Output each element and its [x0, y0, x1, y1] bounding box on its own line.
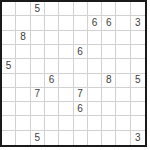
- cell-r2c2[interactable]: [31, 31, 45, 45]
- puzzle-board: 566386568577653: [0, 0, 147, 147]
- cell-r1c1[interactable]: [16, 16, 30, 30]
- cell-r7c8[interactable]: [116, 102, 130, 116]
- cell-r5c2[interactable]: [31, 74, 45, 88]
- cell-r1c5[interactable]: [74, 16, 88, 30]
- cell-r0c5[interactable]: [74, 2, 88, 16]
- cell-r8c7[interactable]: [102, 116, 116, 130]
- cell-r6c8[interactable]: [116, 88, 130, 102]
- cell-r9c6[interactable]: [88, 131, 102, 145]
- cell-r4c4[interactable]: [59, 59, 73, 73]
- cell-r7c2[interactable]: [31, 102, 45, 116]
- cell-r6c7[interactable]: [102, 88, 116, 102]
- cell-r7c4[interactable]: [59, 102, 73, 116]
- cell-r5c1[interactable]: [16, 74, 30, 88]
- cell-r4c1[interactable]: [16, 59, 30, 73]
- cell-r8c0[interactable]: [2, 116, 16, 130]
- cell-r6c6[interactable]: [88, 88, 102, 102]
- cell-r6c1[interactable]: [16, 88, 30, 102]
- cell-r2c7[interactable]: [102, 31, 116, 45]
- cell-r9c7[interactable]: [102, 131, 116, 145]
- cell-r5c6[interactable]: [88, 74, 102, 88]
- cell-r2c8[interactable]: [116, 31, 130, 45]
- cell-r1c0[interactable]: [2, 16, 16, 30]
- cell-r9c3[interactable]: [45, 131, 59, 145]
- cell-r7c0[interactable]: [2, 102, 16, 116]
- cell-r5c5[interactable]: [74, 74, 88, 88]
- cell-r9c4[interactable]: [59, 131, 73, 145]
- cell-r2c6[interactable]: [88, 31, 102, 45]
- cell-r5c0[interactable]: [2, 74, 16, 88]
- cell-r1c9[interactable]: 3: [131, 16, 145, 30]
- cell-r7c7[interactable]: [102, 102, 116, 116]
- cell-r3c7[interactable]: [102, 45, 116, 59]
- cell-r6c4[interactable]: [59, 88, 73, 102]
- cell-r8c1[interactable]: [16, 116, 30, 130]
- cell-r1c4[interactable]: [59, 16, 73, 30]
- cell-r0c9[interactable]: [131, 2, 145, 16]
- cell-r3c5[interactable]: 6: [74, 45, 88, 59]
- cell-r7c5[interactable]: 6: [74, 102, 88, 116]
- cell-r5c3[interactable]: 6: [45, 74, 59, 88]
- cell-r6c0[interactable]: [2, 88, 16, 102]
- cell-r4c8[interactable]: [116, 59, 130, 73]
- cell-r3c8[interactable]: [116, 45, 130, 59]
- cell-r2c9[interactable]: [131, 31, 145, 45]
- cell-r8c4[interactable]: [59, 116, 73, 130]
- cell-r4c6[interactable]: [88, 59, 102, 73]
- cell-r8c8[interactable]: [116, 116, 130, 130]
- cell-r3c4[interactable]: [59, 45, 73, 59]
- cell-r7c6[interactable]: [88, 102, 102, 116]
- cell-r4c2[interactable]: [31, 59, 45, 73]
- cell-r5c4[interactable]: [59, 74, 73, 88]
- cell-r4c5[interactable]: [74, 59, 88, 73]
- cell-r9c1[interactable]: [16, 131, 30, 145]
- cell-r3c2[interactable]: [31, 45, 45, 59]
- cell-r9c8[interactable]: [116, 131, 130, 145]
- cell-r3c0[interactable]: [2, 45, 16, 59]
- cell-r8c2[interactable]: [31, 116, 45, 130]
- cell-r8c3[interactable]: [45, 116, 59, 130]
- cell-r0c1[interactable]: [16, 2, 30, 16]
- cell-r5c9[interactable]: 5: [131, 74, 145, 88]
- cell-r2c4[interactable]: [59, 31, 73, 45]
- cell-r4c9[interactable]: [131, 59, 145, 73]
- cell-r3c1[interactable]: [16, 45, 30, 59]
- cell-r9c9[interactable]: 3: [131, 131, 145, 145]
- cell-r9c5[interactable]: [74, 131, 88, 145]
- cell-r9c2[interactable]: 5: [31, 131, 45, 145]
- cell-r6c5[interactable]: 7: [74, 88, 88, 102]
- cell-r8c9[interactable]: [131, 116, 145, 130]
- cell-r1c3[interactable]: [45, 16, 59, 30]
- cell-r2c5[interactable]: [74, 31, 88, 45]
- cell-r6c2[interactable]: 7: [31, 88, 45, 102]
- cell-r6c3[interactable]: [45, 88, 59, 102]
- cell-r2c0[interactable]: [2, 31, 16, 45]
- cell-r4c0[interactable]: 5: [2, 59, 16, 73]
- cell-r7c9[interactable]: [131, 102, 145, 116]
- cell-r1c7[interactable]: 6: [102, 16, 116, 30]
- cell-r8c6[interactable]: [88, 116, 102, 130]
- cell-r0c4[interactable]: [59, 2, 73, 16]
- cell-r7c1[interactable]: [16, 102, 30, 116]
- cell-r9c0[interactable]: [2, 131, 16, 145]
- cell-r4c7[interactable]: [102, 59, 116, 73]
- cell-r3c6[interactable]: [88, 45, 102, 59]
- cell-r8c5[interactable]: [74, 116, 88, 130]
- cell-r0c2[interactable]: 5: [31, 2, 45, 16]
- cell-r0c6[interactable]: [88, 2, 102, 16]
- cell-r0c0[interactable]: [2, 2, 16, 16]
- cell-r1c2[interactable]: [31, 16, 45, 30]
- cell-r3c3[interactable]: [45, 45, 59, 59]
- cell-r0c7[interactable]: [102, 2, 116, 16]
- cell-r3c9[interactable]: [131, 45, 145, 59]
- cell-r2c1[interactable]: 8: [16, 31, 30, 45]
- cell-r0c8[interactable]: [116, 2, 130, 16]
- cell-r5c8[interactable]: [116, 74, 130, 88]
- cell-r1c6[interactable]: 6: [88, 16, 102, 30]
- cell-r2c3[interactable]: [45, 31, 59, 45]
- cell-r6c9[interactable]: [131, 88, 145, 102]
- cell-r5c7[interactable]: 8: [102, 74, 116, 88]
- cell-r0c3[interactable]: [45, 2, 59, 16]
- cell-r7c3[interactable]: [45, 102, 59, 116]
- cell-r1c8[interactable]: [116, 16, 130, 30]
- cell-r4c3[interactable]: [45, 59, 59, 73]
